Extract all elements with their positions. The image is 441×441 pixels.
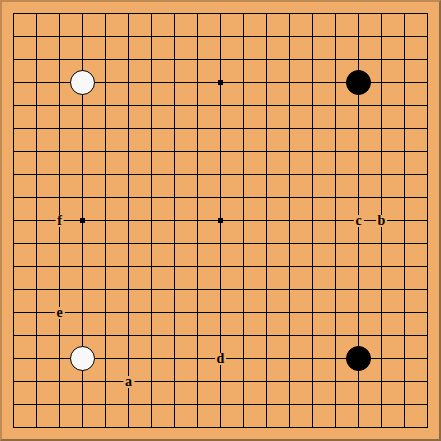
board-cell bbox=[186, 370, 209, 393]
board-cell bbox=[140, 278, 163, 301]
board-cell bbox=[71, 25, 94, 48]
board-cell bbox=[48, 2, 71, 25]
board-cell bbox=[140, 163, 163, 186]
board-cell bbox=[2, 186, 25, 209]
board-cell bbox=[25, 186, 48, 209]
board-cell bbox=[117, 255, 140, 278]
board-cell bbox=[347, 48, 370, 71]
board-cell bbox=[416, 2, 439, 25]
board-cell bbox=[232, 209, 255, 232]
board-cell bbox=[416, 48, 439, 71]
board-cell bbox=[255, 209, 278, 232]
board-cell bbox=[324, 186, 347, 209]
board-cell bbox=[117, 71, 140, 94]
board-cell bbox=[347, 255, 370, 278]
board-cell bbox=[25, 71, 48, 94]
board-cell bbox=[94, 94, 117, 117]
board-cell bbox=[117, 232, 140, 255]
board-cell bbox=[347, 94, 370, 117]
board-cell bbox=[393, 209, 416, 232]
board-cell bbox=[393, 393, 416, 416]
board-cell bbox=[255, 255, 278, 278]
board-cell bbox=[209, 186, 232, 209]
board-cell bbox=[301, 370, 324, 393]
board-cell bbox=[416, 25, 439, 48]
board-cell bbox=[370, 48, 393, 71]
board-cell bbox=[163, 2, 186, 25]
black-stone bbox=[346, 70, 371, 95]
board-cell bbox=[140, 94, 163, 117]
board-cell bbox=[255, 186, 278, 209]
board-cell bbox=[48, 393, 71, 416]
board-cell bbox=[232, 278, 255, 301]
board-cell bbox=[278, 416, 301, 439]
board-cell bbox=[186, 301, 209, 324]
board-cell bbox=[232, 25, 255, 48]
board-cell bbox=[163, 140, 186, 163]
board-cell bbox=[416, 209, 439, 232]
board-cell bbox=[232, 347, 255, 370]
board-cell bbox=[71, 370, 94, 393]
board-cell bbox=[209, 232, 232, 255]
board-cell bbox=[278, 186, 301, 209]
board-cell bbox=[94, 278, 117, 301]
board-cell bbox=[255, 324, 278, 347]
board-cell bbox=[2, 209, 25, 232]
board-cell bbox=[2, 324, 25, 347]
board-cell bbox=[163, 301, 186, 324]
board-cell bbox=[209, 324, 232, 347]
board-cell bbox=[416, 393, 439, 416]
board-cell bbox=[347, 416, 370, 439]
board-cell bbox=[163, 71, 186, 94]
board-cell bbox=[209, 416, 232, 439]
board-cell bbox=[163, 416, 186, 439]
board-cell bbox=[370, 370, 393, 393]
board-cell bbox=[186, 2, 209, 25]
board-cell bbox=[301, 2, 324, 25]
board-cell bbox=[48, 163, 71, 186]
board-cell bbox=[301, 393, 324, 416]
board-cell bbox=[186, 347, 209, 370]
board-cell bbox=[370, 255, 393, 278]
board-cell bbox=[71, 393, 94, 416]
board-cell bbox=[255, 163, 278, 186]
board-cell bbox=[416, 278, 439, 301]
board-cell bbox=[186, 232, 209, 255]
board-cell bbox=[48, 324, 71, 347]
board-cell: e bbox=[48, 301, 71, 324]
board-cell bbox=[140, 140, 163, 163]
board-cell bbox=[278, 324, 301, 347]
board-cell bbox=[117, 278, 140, 301]
board-cell bbox=[209, 25, 232, 48]
board-cell bbox=[140, 416, 163, 439]
board-cell: f bbox=[48, 209, 71, 232]
board-cell bbox=[255, 25, 278, 48]
board-cell bbox=[71, 209, 94, 232]
board-cell bbox=[324, 347, 347, 370]
board-cell bbox=[25, 301, 48, 324]
board-cell bbox=[255, 370, 278, 393]
board-cell bbox=[324, 324, 347, 347]
board-cell bbox=[186, 94, 209, 117]
board-cell bbox=[301, 140, 324, 163]
board-cell bbox=[278, 140, 301, 163]
board-cell bbox=[71, 301, 94, 324]
board-cell bbox=[209, 278, 232, 301]
board-cell bbox=[393, 278, 416, 301]
board-cell bbox=[255, 232, 278, 255]
board-cell bbox=[370, 25, 393, 48]
board-cell bbox=[324, 2, 347, 25]
board-cell bbox=[71, 255, 94, 278]
point-label-b: b bbox=[376, 215, 388, 227]
board-cell bbox=[347, 2, 370, 25]
board-cell bbox=[117, 163, 140, 186]
board-cell bbox=[2, 347, 25, 370]
board-cell bbox=[370, 347, 393, 370]
board-cell bbox=[255, 140, 278, 163]
board-cell bbox=[324, 163, 347, 186]
board-cell bbox=[186, 48, 209, 71]
board-cell bbox=[370, 2, 393, 25]
board-cell bbox=[416, 347, 439, 370]
board-cell: d bbox=[209, 347, 232, 370]
board-cell bbox=[94, 416, 117, 439]
board-cell bbox=[140, 324, 163, 347]
board-cell bbox=[94, 163, 117, 186]
board-cell bbox=[255, 2, 278, 25]
board-cell bbox=[2, 370, 25, 393]
board-cell bbox=[117, 393, 140, 416]
board-cell bbox=[186, 163, 209, 186]
board-cell bbox=[71, 94, 94, 117]
board-cell bbox=[25, 2, 48, 25]
board-cell bbox=[416, 71, 439, 94]
board-cell bbox=[416, 255, 439, 278]
board-cell bbox=[94, 393, 117, 416]
board-cell bbox=[2, 163, 25, 186]
board-cell bbox=[347, 393, 370, 416]
board-cell bbox=[324, 117, 347, 140]
board-cell: c bbox=[347, 209, 370, 232]
board-cell bbox=[25, 416, 48, 439]
board-cell bbox=[301, 209, 324, 232]
board-cell bbox=[117, 186, 140, 209]
board-cell bbox=[393, 25, 416, 48]
board-cell bbox=[347, 71, 370, 94]
point-label-e: e bbox=[54, 307, 64, 319]
board-cell bbox=[94, 25, 117, 48]
board-cell bbox=[186, 25, 209, 48]
board-cell bbox=[232, 301, 255, 324]
point-label-c: c bbox=[353, 215, 363, 227]
board-cell bbox=[347, 140, 370, 163]
board-cell bbox=[25, 393, 48, 416]
board-cell bbox=[278, 94, 301, 117]
board-cell bbox=[278, 255, 301, 278]
board-cell bbox=[71, 278, 94, 301]
board-cell bbox=[232, 416, 255, 439]
board-cell bbox=[48, 140, 71, 163]
board-cell bbox=[370, 163, 393, 186]
board-cell bbox=[209, 163, 232, 186]
board-cell bbox=[301, 416, 324, 439]
board-cell bbox=[393, 117, 416, 140]
board-cell bbox=[186, 186, 209, 209]
board-cell bbox=[209, 370, 232, 393]
board-cell bbox=[186, 209, 209, 232]
board-cell bbox=[255, 301, 278, 324]
board-cell bbox=[25, 347, 48, 370]
board-cell bbox=[140, 48, 163, 71]
point-label-d: d bbox=[215, 353, 227, 365]
point-label-a: a bbox=[123, 376, 134, 388]
board-cell bbox=[2, 117, 25, 140]
board-cell bbox=[25, 94, 48, 117]
board-cell bbox=[416, 301, 439, 324]
board-cell bbox=[48, 416, 71, 439]
board-cell bbox=[255, 347, 278, 370]
board-cell bbox=[71, 347, 94, 370]
board-cell bbox=[232, 393, 255, 416]
board-cell bbox=[48, 278, 71, 301]
board-cell bbox=[71, 117, 94, 140]
board-cell bbox=[163, 117, 186, 140]
board-cell bbox=[25, 140, 48, 163]
point-label-f: f bbox=[55, 215, 64, 227]
board-cell bbox=[393, 71, 416, 94]
board-cell bbox=[416, 232, 439, 255]
board-cell bbox=[2, 301, 25, 324]
board-cell bbox=[209, 48, 232, 71]
board-cell bbox=[140, 393, 163, 416]
board-cell bbox=[370, 94, 393, 117]
board-cell bbox=[163, 370, 186, 393]
board-cell bbox=[140, 209, 163, 232]
board-cell bbox=[278, 232, 301, 255]
board-cell bbox=[48, 255, 71, 278]
board-cell bbox=[163, 232, 186, 255]
board-cell bbox=[186, 393, 209, 416]
board-cell bbox=[232, 255, 255, 278]
board-cell bbox=[232, 117, 255, 140]
board-cell bbox=[393, 163, 416, 186]
board-cell bbox=[209, 117, 232, 140]
board-cell bbox=[48, 25, 71, 48]
board-cell bbox=[301, 301, 324, 324]
star-point bbox=[218, 80, 223, 85]
board-cell bbox=[71, 2, 94, 25]
board-cell bbox=[324, 370, 347, 393]
board-cell bbox=[186, 324, 209, 347]
board-cell bbox=[2, 48, 25, 71]
board-cell bbox=[94, 324, 117, 347]
board-cell bbox=[94, 140, 117, 163]
board-cell bbox=[370, 117, 393, 140]
board-cell bbox=[140, 2, 163, 25]
board-cell bbox=[25, 278, 48, 301]
board-cell bbox=[71, 140, 94, 163]
board-cell bbox=[393, 186, 416, 209]
board-cell bbox=[2, 2, 25, 25]
board-cell bbox=[117, 301, 140, 324]
board-cell bbox=[347, 232, 370, 255]
board-cell bbox=[347, 117, 370, 140]
board-cell bbox=[324, 71, 347, 94]
board-cell bbox=[2, 232, 25, 255]
white-stone bbox=[70, 346, 95, 371]
board-cell bbox=[324, 232, 347, 255]
board-cell bbox=[255, 393, 278, 416]
board-cell bbox=[232, 94, 255, 117]
board-cell bbox=[94, 370, 117, 393]
board-cell bbox=[301, 255, 324, 278]
board-cell bbox=[370, 393, 393, 416]
board-cell bbox=[2, 140, 25, 163]
board-cell bbox=[255, 71, 278, 94]
board-cell bbox=[94, 347, 117, 370]
board-cell bbox=[416, 370, 439, 393]
board-cell bbox=[186, 71, 209, 94]
board-cell bbox=[186, 278, 209, 301]
board-cell: a bbox=[117, 370, 140, 393]
board-cell bbox=[301, 324, 324, 347]
board-cell bbox=[209, 255, 232, 278]
board-cell bbox=[301, 48, 324, 71]
board-cell bbox=[140, 186, 163, 209]
board-cell bbox=[324, 255, 347, 278]
board-cell bbox=[393, 94, 416, 117]
board-cell bbox=[25, 324, 48, 347]
board-cell bbox=[278, 117, 301, 140]
board-cell bbox=[117, 347, 140, 370]
board-cell bbox=[347, 163, 370, 186]
board-cell bbox=[370, 278, 393, 301]
board-cell bbox=[163, 278, 186, 301]
board-cell bbox=[301, 278, 324, 301]
board-cell bbox=[186, 117, 209, 140]
board-cell bbox=[94, 2, 117, 25]
board-cell bbox=[25, 163, 48, 186]
board-cell bbox=[347, 278, 370, 301]
board-cell bbox=[209, 140, 232, 163]
board-cell bbox=[324, 393, 347, 416]
board-cell bbox=[370, 416, 393, 439]
board-cell bbox=[48, 48, 71, 71]
board-cell bbox=[278, 347, 301, 370]
board-cell bbox=[140, 117, 163, 140]
board-cell bbox=[255, 94, 278, 117]
board-cell bbox=[393, 232, 416, 255]
board-cell bbox=[140, 71, 163, 94]
board-cell bbox=[117, 2, 140, 25]
board-cell bbox=[117, 94, 140, 117]
board-cell bbox=[301, 163, 324, 186]
board-cell bbox=[140, 232, 163, 255]
board-cell bbox=[301, 94, 324, 117]
board-cell bbox=[209, 209, 232, 232]
board-cell bbox=[209, 94, 232, 117]
board-cell bbox=[370, 186, 393, 209]
board-cell bbox=[232, 163, 255, 186]
board-cell bbox=[140, 301, 163, 324]
board-cell bbox=[117, 117, 140, 140]
board-cell bbox=[48, 186, 71, 209]
board-cell bbox=[301, 71, 324, 94]
board-cell bbox=[163, 94, 186, 117]
board-cell bbox=[370, 301, 393, 324]
board-cell bbox=[48, 370, 71, 393]
board-cell bbox=[416, 324, 439, 347]
board-cell bbox=[71, 163, 94, 186]
board-cell bbox=[278, 71, 301, 94]
board-cell bbox=[25, 48, 48, 71]
board-cell bbox=[370, 140, 393, 163]
board-cell bbox=[71, 324, 94, 347]
board-cell bbox=[48, 117, 71, 140]
board-cell bbox=[25, 232, 48, 255]
board-cell bbox=[94, 71, 117, 94]
board-cell bbox=[117, 416, 140, 439]
board-cell bbox=[393, 416, 416, 439]
board-cell bbox=[209, 2, 232, 25]
board-cell bbox=[2, 416, 25, 439]
board-cell bbox=[324, 94, 347, 117]
board-cell bbox=[347, 186, 370, 209]
board-cell bbox=[416, 186, 439, 209]
board-cell bbox=[278, 209, 301, 232]
board-cell bbox=[301, 25, 324, 48]
board-cell bbox=[232, 71, 255, 94]
board-cell bbox=[255, 48, 278, 71]
board-cell bbox=[232, 186, 255, 209]
board-cell bbox=[347, 301, 370, 324]
board-cell bbox=[370, 324, 393, 347]
board-cell bbox=[393, 255, 416, 278]
board-cell bbox=[278, 393, 301, 416]
board-cell bbox=[2, 278, 25, 301]
board-cell bbox=[393, 140, 416, 163]
board-cell bbox=[140, 255, 163, 278]
board-cell bbox=[71, 186, 94, 209]
board-cell bbox=[163, 393, 186, 416]
board-cell bbox=[2, 71, 25, 94]
board-cell bbox=[48, 94, 71, 117]
board-cell bbox=[324, 140, 347, 163]
board-cell bbox=[163, 324, 186, 347]
board-cell bbox=[25, 209, 48, 232]
board-cell bbox=[163, 163, 186, 186]
board-cell bbox=[71, 71, 94, 94]
board-cell bbox=[255, 278, 278, 301]
board-cell bbox=[94, 209, 117, 232]
board-cell bbox=[232, 140, 255, 163]
board-cell bbox=[301, 347, 324, 370]
board-cell bbox=[94, 301, 117, 324]
board-cell bbox=[393, 370, 416, 393]
board-cell bbox=[393, 2, 416, 25]
board-cell: b bbox=[370, 209, 393, 232]
board-cell bbox=[278, 25, 301, 48]
board-cell bbox=[163, 186, 186, 209]
board-cell bbox=[94, 232, 117, 255]
board-cell bbox=[163, 255, 186, 278]
board-cell bbox=[393, 301, 416, 324]
board-cell bbox=[324, 301, 347, 324]
board-cell bbox=[324, 209, 347, 232]
